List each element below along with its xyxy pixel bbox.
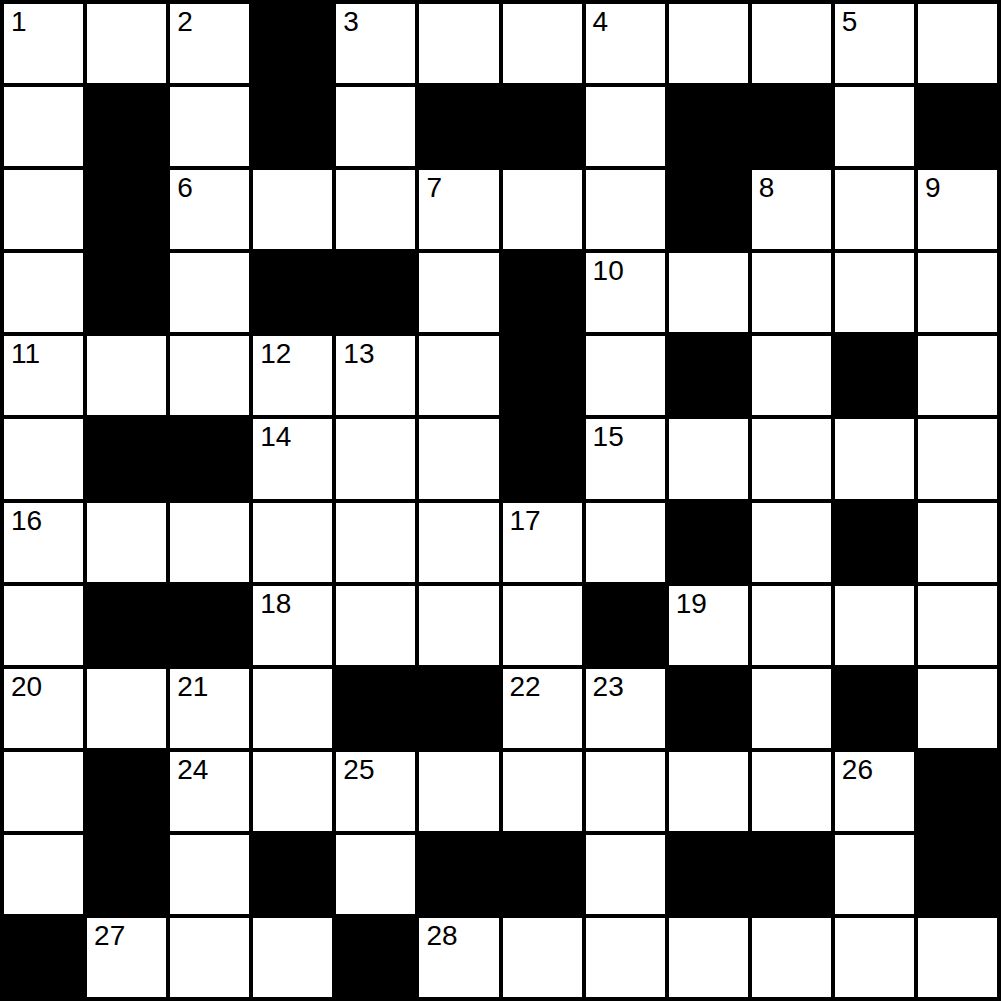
white-cell-r8c1[interactable] — [87, 669, 166, 748]
white-cell-r1c2[interactable] — [170, 87, 249, 166]
white-cell-r8c6[interactable]: 22 — [503, 669, 582, 748]
white-cell-r3c10[interactable] — [835, 253, 914, 332]
clue-number-7: 7 — [426, 174, 442, 202]
white-cell-r2c6[interactable] — [503, 170, 582, 249]
white-cell-r6c9[interactable] — [752, 503, 831, 582]
clue-number-12: 12 — [260, 340, 291, 368]
white-cell-r3c2[interactable] — [170, 253, 249, 332]
white-cell-r9c9[interactable] — [752, 752, 831, 831]
white-cell-r11c2[interactable] — [170, 918, 249, 997]
white-cell-r5c4[interactable] — [336, 419, 415, 498]
white-cell-r2c9[interactable]: 8 — [752, 170, 831, 249]
white-cell-r2c3[interactable] — [253, 170, 332, 249]
clue-number-13: 13 — [343, 340, 374, 368]
white-cell-r7c4[interactable] — [336, 586, 415, 665]
crossword-grid: 1234567891011121314151617181920212223242… — [0, 0, 1001, 1001]
white-cell-r11c3[interactable] — [253, 918, 332, 997]
white-cell-r4c7[interactable] — [586, 336, 665, 415]
white-cell-r0c4[interactable]: 3 — [336, 4, 415, 83]
black-cell-r3c3 — [253, 253, 332, 332]
clue-number-8: 8 — [759, 174, 775, 202]
white-cell-r4c2[interactable] — [170, 336, 249, 415]
white-cell-r6c1[interactable] — [87, 503, 166, 582]
white-cell-r1c4[interactable] — [336, 87, 415, 166]
white-cell-r2c5[interactable]: 7 — [419, 170, 498, 249]
black-cell-r0c3 — [253, 4, 332, 83]
black-cell-r5c6 — [503, 419, 582, 498]
clue-number-4: 4 — [593, 8, 609, 36]
white-cell-r3c11[interactable] — [918, 253, 997, 332]
white-cell-r0c1[interactable] — [87, 4, 166, 83]
white-cell-r4c1[interactable] — [87, 336, 166, 415]
clue-number-27: 27 — [94, 922, 125, 950]
white-cell-r11c10[interactable] — [835, 918, 914, 997]
white-cell-r4c9[interactable] — [752, 336, 831, 415]
white-cell-r11c1[interactable]: 27 — [87, 918, 166, 997]
black-cell-r11c4 — [336, 918, 415, 997]
white-cell-r10c0[interactable] — [4, 835, 83, 914]
white-cell-r4c5[interactable] — [419, 336, 498, 415]
white-cell-r7c10[interactable] — [835, 586, 914, 665]
black-cell-r1c11 — [918, 87, 997, 166]
white-cell-r3c0[interactable] — [4, 253, 83, 332]
white-cell-r6c0[interactable]: 16 — [4, 503, 83, 582]
white-cell-r2c11[interactable]: 9 — [918, 170, 997, 249]
white-cell-r5c0[interactable] — [4, 419, 83, 498]
white-cell-r6c6[interactable]: 17 — [503, 503, 582, 582]
white-cell-r5c10[interactable] — [835, 419, 914, 498]
white-cell-r0c6[interactable] — [503, 4, 582, 83]
white-cell-r9c5[interactable] — [419, 752, 498, 831]
black-cell-r1c9 — [752, 87, 831, 166]
white-cell-r8c3[interactable] — [253, 669, 332, 748]
white-cell-r3c7[interactable]: 10 — [586, 253, 665, 332]
white-cell-r6c3[interactable] — [253, 503, 332, 582]
black-cell-r2c1 — [87, 170, 166, 249]
white-cell-r5c5[interactable] — [419, 419, 498, 498]
black-cell-r10c11 — [918, 835, 997, 914]
white-cell-r2c7[interactable] — [586, 170, 665, 249]
clue-number-16: 16 — [11, 507, 42, 535]
black-cell-r8c8 — [669, 669, 748, 748]
white-cell-r10c4[interactable] — [336, 835, 415, 914]
black-cell-r10c5 — [419, 835, 498, 914]
white-cell-r10c2[interactable] — [170, 835, 249, 914]
clue-number-23: 23 — [593, 673, 624, 701]
white-cell-r7c11[interactable] — [918, 586, 997, 665]
white-cell-r6c7[interactable] — [586, 503, 665, 582]
white-cell-r9c7[interactable] — [586, 752, 665, 831]
white-cell-r11c8[interactable] — [669, 918, 748, 997]
clue-number-15: 15 — [593, 423, 624, 451]
white-cell-r11c11[interactable] — [918, 918, 997, 997]
black-cell-r10c6 — [503, 835, 582, 914]
white-cell-r0c8[interactable] — [669, 4, 748, 83]
black-cell-r5c2 — [170, 419, 249, 498]
white-cell-r5c11[interactable] — [918, 419, 997, 498]
black-cell-r8c4 — [336, 669, 415, 748]
white-cell-r2c2[interactable]: 6 — [170, 170, 249, 249]
clue-number-20: 20 — [11, 673, 42, 701]
white-cell-r4c0[interactable]: 11 — [4, 336, 83, 415]
white-cell-r0c9[interactable] — [752, 4, 831, 83]
clue-number-6: 6 — [177, 174, 193, 202]
black-cell-r2c8 — [669, 170, 748, 249]
clue-number-5: 5 — [842, 8, 858, 36]
white-cell-r5c8[interactable] — [669, 419, 748, 498]
white-cell-r1c0[interactable] — [4, 87, 83, 166]
white-cell-r0c10[interactable]: 5 — [835, 4, 914, 83]
black-cell-r10c3 — [253, 835, 332, 914]
white-cell-r4c3[interactable]: 12 — [253, 336, 332, 415]
clue-number-14: 14 — [260, 423, 291, 451]
clue-number-21: 21 — [177, 673, 208, 701]
clue-number-26: 26 — [842, 756, 873, 784]
white-cell-r8c2[interactable]: 21 — [170, 669, 249, 748]
clue-number-17: 17 — [510, 507, 541, 535]
black-cell-r10c1 — [87, 835, 166, 914]
white-cell-r11c7[interactable] — [586, 918, 665, 997]
clue-number-1: 1 — [11, 8, 27, 36]
black-cell-r3c6 — [503, 253, 582, 332]
clue-number-28: 28 — [426, 922, 457, 950]
clue-number-10: 10 — [593, 257, 624, 285]
clue-number-22: 22 — [510, 673, 541, 701]
white-cell-r6c4[interactable] — [336, 503, 415, 582]
black-cell-r8c10 — [835, 669, 914, 748]
white-cell-r2c10[interactable] — [835, 170, 914, 249]
white-cell-r4c11[interactable] — [918, 336, 997, 415]
white-cell-r11c9[interactable] — [752, 918, 831, 997]
clue-number-24: 24 — [177, 756, 208, 784]
black-cell-r1c3 — [253, 87, 332, 166]
black-cell-r3c1 — [87, 253, 166, 332]
white-cell-r7c8[interactable]: 19 — [669, 586, 748, 665]
black-cell-r1c8 — [669, 87, 748, 166]
white-cell-r6c11[interactable] — [918, 503, 997, 582]
black-cell-r10c9 — [752, 835, 831, 914]
black-cell-r10c8 — [669, 835, 748, 914]
white-cell-r0c2[interactable]: 2 — [170, 4, 249, 83]
black-cell-r4c8 — [669, 336, 748, 415]
white-cell-r7c9[interactable] — [752, 586, 831, 665]
black-cell-r1c1 — [87, 87, 166, 166]
black-cell-r6c10 — [835, 503, 914, 582]
black-cell-r3c4 — [336, 253, 415, 332]
black-cell-r5c1 — [87, 419, 166, 498]
white-cell-r3c5[interactable] — [419, 253, 498, 332]
white-cell-r9c2[interactable]: 24 — [170, 752, 249, 831]
black-cell-r8c5 — [419, 669, 498, 748]
white-cell-r2c0[interactable] — [4, 170, 83, 249]
white-cell-r9c8[interactable] — [669, 752, 748, 831]
white-cell-r8c7[interactable]: 23 — [586, 669, 665, 748]
white-cell-r0c7[interactable]: 4 — [586, 4, 665, 83]
white-cell-r0c11[interactable] — [918, 4, 997, 83]
white-cell-r1c10[interactable] — [835, 87, 914, 166]
white-cell-r6c5[interactable] — [419, 503, 498, 582]
white-cell-r6c2[interactable] — [170, 503, 249, 582]
clue-number-3: 3 — [343, 8, 359, 36]
white-cell-r9c10[interactable]: 26 — [835, 752, 914, 831]
white-cell-r9c0[interactable] — [4, 752, 83, 831]
clue-number-25: 25 — [343, 756, 374, 784]
black-cell-r7c1 — [87, 586, 166, 665]
white-cell-r7c3[interactable]: 18 — [253, 586, 332, 665]
white-cell-r0c5[interactable] — [419, 4, 498, 83]
white-cell-r5c9[interactable] — [752, 419, 831, 498]
white-cell-r1c7[interactable] — [586, 87, 665, 166]
black-cell-r9c11 — [918, 752, 997, 831]
white-cell-r8c11[interactable] — [918, 669, 997, 748]
black-cell-r4c6 — [503, 336, 582, 415]
white-cell-r4c4[interactable]: 13 — [336, 336, 415, 415]
white-cell-r8c9[interactable] — [752, 669, 831, 748]
black-cell-r4c10 — [835, 336, 914, 415]
clue-number-9: 9 — [925, 174, 941, 202]
white-cell-r11c6[interactable] — [503, 918, 582, 997]
black-cell-r9c1 — [87, 752, 166, 831]
white-cell-r5c3[interactable]: 14 — [253, 419, 332, 498]
clue-number-11: 11 — [11, 340, 40, 368]
white-cell-r11c5[interactable]: 28 — [419, 918, 498, 997]
black-cell-r1c5 — [419, 87, 498, 166]
white-cell-r2c4[interactable] — [336, 170, 415, 249]
white-cell-r10c7[interactable] — [586, 835, 665, 914]
black-cell-r7c2 — [170, 586, 249, 665]
white-cell-r7c6[interactable] — [503, 586, 582, 665]
white-cell-r8c0[interactable]: 20 — [4, 669, 83, 748]
white-cell-r10c10[interactable] — [835, 835, 914, 914]
white-cell-r7c0[interactable] — [4, 586, 83, 665]
black-cell-r11c0 — [4, 918, 83, 997]
clue-number-2: 2 — [177, 8, 193, 36]
clue-number-18: 18 — [260, 590, 291, 618]
white-cell-r9c6[interactable] — [503, 752, 582, 831]
white-cell-r0c0[interactable]: 1 — [4, 4, 83, 83]
white-cell-r5c7[interactable]: 15 — [586, 419, 665, 498]
white-cell-r9c4[interactable]: 25 — [336, 752, 415, 831]
white-cell-r3c8[interactable] — [669, 253, 748, 332]
white-cell-r3c9[interactable] — [752, 253, 831, 332]
white-cell-r9c3[interactable] — [253, 752, 332, 831]
black-cell-r6c8 — [669, 503, 748, 582]
black-cell-r1c6 — [503, 87, 582, 166]
white-cell-r7c5[interactable] — [419, 586, 498, 665]
clue-number-19: 19 — [676, 590, 707, 618]
black-cell-r7c7 — [586, 586, 665, 665]
